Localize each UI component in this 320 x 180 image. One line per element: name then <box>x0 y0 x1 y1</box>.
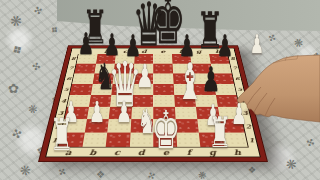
square-a7 <box>74 64 95 74</box>
square-a5 <box>70 84 93 95</box>
file-label-h: h <box>233 148 242 156</box>
black-pawn-piece-a7: ♟ <box>78 29 95 59</box>
rank-label-5: 5 <box>63 87 69 93</box>
rank-label-8: 8 <box>71 56 76 61</box>
cloth-motif-icon: ❖ <box>96 170 105 180</box>
white-pawn-piece-c2: ♟ <box>116 98 132 127</box>
cloth-motif-icon: ✿ <box>8 82 19 95</box>
cloth-motif-icon: ❋ <box>19 163 32 178</box>
chess-photo-scene: ❋✣❖❖✣✿❋✣❖❋✣❖✣❋❖❋✣❖❋✣✿❖ abcdefgh 87654321… <box>0 0 320 180</box>
square-e5 <box>153 84 174 95</box>
rank-label-7: 7 <box>68 66 74 71</box>
square-e7 <box>153 64 173 74</box>
rank-label-1: 1 <box>248 137 255 144</box>
file-label-b: b <box>89 148 97 156</box>
cloth-motif-icon: ❖ <box>248 166 256 175</box>
square-b1 <box>82 133 107 147</box>
white-pawn-piece-b2: ♟ <box>89 98 105 127</box>
rank-label-6: 6 <box>66 76 72 81</box>
black-pawn-piece-g5: ♟ <box>202 62 221 96</box>
square-a6 <box>72 73 94 83</box>
white-king-piece-e1: ♚ <box>152 104 181 156</box>
file-label-c: c <box>114 148 121 156</box>
player-hand <box>225 45 320 127</box>
cloth-motif-icon: ✣ <box>31 61 41 72</box>
file-label-f: f <box>186 148 191 156</box>
square-c1 <box>106 133 130 147</box>
file-label-d: d <box>138 148 145 156</box>
square-e6 <box>153 73 173 83</box>
white-rook-piece-a1: ♜ <box>50 113 74 157</box>
